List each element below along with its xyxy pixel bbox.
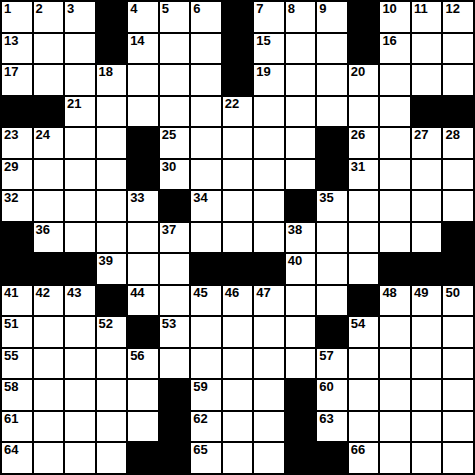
clue-number: 42 <box>36 286 50 300</box>
clue-number: 51 <box>4 317 18 331</box>
white-cell[interactable] <box>286 160 316 190</box>
clue-number: 13 <box>4 34 18 48</box>
white-cell[interactable]: 45 <box>191 286 221 316</box>
white-cell[interactable] <box>380 349 410 379</box>
white-cell[interactable] <box>65 34 95 64</box>
white-cell[interactable]: 49 <box>412 286 442 316</box>
white-cell[interactable]: 16 <box>380 34 410 64</box>
white-cell[interactable]: 12 <box>443 2 473 32</box>
clue-number: 9 <box>319 2 326 16</box>
clue-number: 33 <box>130 191 144 205</box>
white-cell[interactable] <box>34 34 64 64</box>
clue-number: 27 <box>414 128 428 142</box>
white-cell[interactable] <box>97 191 127 221</box>
white-cell[interactable]: 23 <box>2 128 32 158</box>
white-cell[interactable]: 38 <box>286 223 316 253</box>
clue-number: 56 <box>130 349 144 363</box>
clue-number: 17 <box>4 65 18 79</box>
white-cell[interactable] <box>160 65 190 95</box>
clue-number: 24 <box>36 128 50 142</box>
black-cell <box>254 254 284 284</box>
white-cell[interactable] <box>97 412 127 442</box>
white-cell[interactable] <box>412 160 442 190</box>
clue-number: 14 <box>130 34 144 48</box>
white-cell[interactable]: 41 <box>2 286 32 316</box>
white-cell[interactable] <box>380 65 410 95</box>
black-cell <box>443 97 473 127</box>
white-cell[interactable] <box>443 34 473 64</box>
white-cell[interactable]: 55 <box>2 349 32 379</box>
white-cell[interactable]: 9 <box>317 2 347 32</box>
white-cell[interactable]: 32 <box>2 191 32 221</box>
white-cell[interactable]: 56 <box>128 349 158 379</box>
white-cell[interactable] <box>412 317 442 347</box>
white-cell[interactable] <box>412 223 442 253</box>
clue-number: 37 <box>162 223 176 237</box>
white-cell[interactable]: 44 <box>128 286 158 316</box>
clue-number: 30 <box>162 160 176 174</box>
white-cell[interactable] <box>412 380 442 410</box>
clue-number: 3 <box>67 2 74 16</box>
white-cell[interactable] <box>191 34 221 64</box>
white-cell[interactable] <box>254 412 284 442</box>
black-cell <box>286 191 316 221</box>
white-cell[interactable]: 25 <box>160 128 190 158</box>
white-cell[interactable] <box>412 443 442 473</box>
white-cell[interactable] <box>317 65 347 95</box>
white-cell[interactable] <box>65 412 95 442</box>
white-cell[interactable]: 19 <box>254 65 284 95</box>
clue-number: 52 <box>99 317 113 331</box>
clue-number: 20 <box>351 65 365 79</box>
white-cell[interactable] <box>286 128 316 158</box>
black-cell <box>160 191 190 221</box>
white-cell[interactable] <box>128 380 158 410</box>
clue-number: 46 <box>225 286 239 300</box>
clue-number: 49 <box>414 286 428 300</box>
white-cell[interactable] <box>380 160 410 190</box>
clue-number: 58 <box>4 380 18 394</box>
white-cell[interactable]: 59 <box>191 380 221 410</box>
black-cell <box>223 254 253 284</box>
black-cell <box>223 2 253 32</box>
white-cell[interactable]: 61 <box>2 412 32 442</box>
black-cell <box>34 97 64 127</box>
clue-number: 7 <box>256 2 263 16</box>
white-cell[interactable] <box>97 160 127 190</box>
white-cell[interactable] <box>412 34 442 64</box>
white-cell[interactable] <box>254 317 284 347</box>
black-cell <box>412 97 442 127</box>
white-cell[interactable]: 14 <box>128 34 158 64</box>
white-cell[interactable] <box>223 412 253 442</box>
clue-number: 48 <box>382 286 396 300</box>
clue-number: 23 <box>4 128 18 142</box>
black-cell <box>317 160 347 190</box>
black-cell <box>97 34 127 64</box>
white-cell[interactable]: 57 <box>317 349 347 379</box>
clue-number: 50 <box>445 286 459 300</box>
white-cell[interactable]: 47 <box>254 286 284 316</box>
white-cell[interactable]: 29 <box>2 160 32 190</box>
black-cell <box>317 443 347 473</box>
white-cell[interactable] <box>317 286 347 316</box>
white-cell[interactable]: 40 <box>286 254 316 284</box>
white-cell[interactable] <box>34 443 64 473</box>
white-cell[interactable]: 37 <box>160 223 190 253</box>
white-cell[interactable] <box>223 317 253 347</box>
white-cell[interactable] <box>380 412 410 442</box>
white-cell[interactable] <box>317 223 347 253</box>
white-cell[interactable]: 63 <box>317 412 347 442</box>
white-cell[interactable] <box>443 443 473 473</box>
clue-number: 26 <box>351 128 365 142</box>
white-cell[interactable]: 10 <box>380 2 410 32</box>
white-cell[interactable] <box>223 128 253 158</box>
white-cell[interactable] <box>97 223 127 253</box>
white-cell[interactable] <box>286 65 316 95</box>
white-cell[interactable] <box>349 380 379 410</box>
white-cell[interactable] <box>34 412 64 442</box>
white-cell[interactable] <box>223 349 253 379</box>
clue-number: 1 <box>4 2 11 16</box>
white-cell[interactable] <box>412 412 442 442</box>
white-cell[interactable] <box>97 380 127 410</box>
white-cell[interactable] <box>128 65 158 95</box>
white-cell[interactable] <box>65 128 95 158</box>
white-cell[interactable] <box>97 349 127 379</box>
white-cell[interactable] <box>443 160 473 190</box>
black-cell <box>128 443 158 473</box>
black-cell <box>223 65 253 95</box>
white-cell[interactable]: 46 <box>223 286 253 316</box>
black-cell <box>349 2 379 32</box>
crossword-grid: 1234567891011121314151617181920212223242… <box>0 0 475 475</box>
white-cell[interactable] <box>254 160 284 190</box>
white-cell[interactable] <box>254 223 284 253</box>
clue-number: 31 <box>351 160 365 174</box>
white-cell[interactable] <box>349 97 379 127</box>
white-cell[interactable] <box>349 349 379 379</box>
clue-number: 5 <box>162 2 169 16</box>
white-cell[interactable]: 48 <box>380 286 410 316</box>
white-cell[interactable]: 15 <box>254 34 284 64</box>
white-cell[interactable]: 39 <box>97 254 127 284</box>
white-cell[interactable] <box>380 191 410 221</box>
black-cell <box>65 254 95 284</box>
black-cell <box>128 128 158 158</box>
white-cell[interactable]: 13 <box>2 34 32 64</box>
white-cell[interactable] <box>97 443 127 473</box>
white-cell[interactable] <box>65 443 95 473</box>
white-cell[interactable]: 65 <box>191 443 221 473</box>
white-cell[interactable] <box>34 349 64 379</box>
white-cell[interactable] <box>65 160 95 190</box>
white-cell[interactable]: 22 <box>223 97 253 127</box>
white-cell[interactable] <box>65 317 95 347</box>
white-cell[interactable] <box>443 191 473 221</box>
clue-number: 25 <box>162 128 176 142</box>
white-cell[interactable] <box>65 380 95 410</box>
white-cell[interactable]: 11 <box>412 2 442 32</box>
white-cell[interactable]: 31 <box>349 160 379 190</box>
white-cell[interactable] <box>128 254 158 284</box>
clue-number: 44 <box>130 286 144 300</box>
white-cell[interactable] <box>191 128 221 158</box>
white-cell[interactable] <box>254 128 284 158</box>
white-cell[interactable] <box>254 380 284 410</box>
white-cell[interactable] <box>223 380 253 410</box>
white-cell[interactable] <box>128 97 158 127</box>
black-cell <box>443 254 473 284</box>
white-cell[interactable] <box>412 65 442 95</box>
white-cell[interactable] <box>128 223 158 253</box>
white-cell[interactable] <box>443 412 473 442</box>
white-cell[interactable]: 5 <box>160 2 190 32</box>
white-cell[interactable]: 50 <box>443 286 473 316</box>
clue-number: 41 <box>4 286 18 300</box>
black-cell <box>317 317 347 347</box>
white-cell[interactable] <box>223 191 253 221</box>
white-cell[interactable] <box>349 254 379 284</box>
black-cell <box>443 223 473 253</box>
clue-number: 60 <box>319 380 333 394</box>
clue-number: 21 <box>67 97 81 111</box>
clue-number: 29 <box>4 160 18 174</box>
white-cell[interactable] <box>65 191 95 221</box>
white-cell[interactable] <box>317 97 347 127</box>
black-cell <box>286 443 316 473</box>
white-cell[interactable] <box>317 34 347 64</box>
clue-number: 18 <box>99 65 113 79</box>
clue-number: 45 <box>193 286 207 300</box>
white-cell[interactable] <box>65 349 95 379</box>
black-cell <box>349 286 379 316</box>
white-cell[interactable]: 60 <box>317 380 347 410</box>
clue-number: 11 <box>414 2 428 16</box>
black-cell <box>317 128 347 158</box>
black-cell <box>160 443 190 473</box>
clue-number: 53 <box>162 317 176 331</box>
white-cell[interactable] <box>443 317 473 347</box>
white-cell[interactable]: 33 <box>128 191 158 221</box>
black-cell <box>2 254 32 284</box>
clue-number: 54 <box>351 317 365 331</box>
clue-number: 39 <box>99 254 113 268</box>
white-cell[interactable]: 18 <box>97 65 127 95</box>
clue-number: 59 <box>193 380 207 394</box>
white-cell[interactable] <box>191 223 221 253</box>
clue-number: 40 <box>288 254 302 268</box>
white-cell[interactable] <box>254 443 284 473</box>
white-cell[interactable]: 66 <box>349 443 379 473</box>
white-cell[interactable]: 58 <box>2 380 32 410</box>
clue-number: 38 <box>288 223 302 237</box>
white-cell[interactable]: 53 <box>160 317 190 347</box>
white-cell[interactable] <box>191 97 221 127</box>
white-cell[interactable]: 27 <box>412 128 442 158</box>
white-cell[interactable]: 28 <box>443 128 473 158</box>
clue-number: 32 <box>4 191 18 205</box>
white-cell[interactable] <box>349 223 379 253</box>
black-cell <box>286 412 316 442</box>
clue-number: 66 <box>351 443 365 457</box>
white-cell[interactable] <box>191 160 221 190</box>
black-cell <box>97 286 127 316</box>
clue-number: 36 <box>36 223 50 237</box>
white-cell[interactable]: 54 <box>349 317 379 347</box>
white-cell[interactable] <box>191 65 221 95</box>
white-cell[interactable] <box>412 349 442 379</box>
clue-number: 34 <box>193 191 207 205</box>
white-cell[interactable] <box>97 97 127 127</box>
black-cell <box>128 317 158 347</box>
clue-number: 4 <box>130 2 137 16</box>
white-cell[interactable] <box>223 443 253 473</box>
white-cell[interactable] <box>380 317 410 347</box>
clue-number: 8 <box>288 2 295 16</box>
white-cell[interactable] <box>34 191 64 221</box>
clue-number: 2 <box>36 2 43 16</box>
white-cell[interactable]: 36 <box>34 223 64 253</box>
clue-number: 47 <box>256 286 270 300</box>
clue-number: 19 <box>256 65 270 79</box>
black-cell <box>34 254 64 284</box>
white-cell[interactable]: 20 <box>349 65 379 95</box>
white-cell[interactable] <box>349 191 379 221</box>
white-cell[interactable]: 1 <box>2 2 32 32</box>
white-cell[interactable] <box>443 349 473 379</box>
white-cell[interactable] <box>286 317 316 347</box>
white-cell[interactable] <box>286 286 316 316</box>
white-cell[interactable] <box>380 380 410 410</box>
white-cell[interactable] <box>317 254 347 284</box>
clue-number: 16 <box>382 34 396 48</box>
white-cell[interactable]: 52 <box>97 317 127 347</box>
white-cell[interactable]: 51 <box>2 317 32 347</box>
black-cell <box>223 34 253 64</box>
black-cell <box>2 97 32 127</box>
black-cell <box>97 2 127 32</box>
clue-number: 28 <box>445 128 459 142</box>
clue-number: 22 <box>225 97 239 111</box>
white-cell[interactable]: 7 <box>254 2 284 32</box>
white-cell[interactable]: 24 <box>34 128 64 158</box>
white-cell[interactable]: 64 <box>2 443 32 473</box>
white-cell[interactable] <box>254 97 284 127</box>
white-cell[interactable]: 43 <box>65 286 95 316</box>
white-cell[interactable] <box>254 349 284 379</box>
white-cell[interactable] <box>34 65 64 95</box>
clue-number: 35 <box>319 191 333 205</box>
black-cell <box>191 254 221 284</box>
white-cell[interactable] <box>160 254 190 284</box>
white-cell[interactable] <box>412 191 442 221</box>
white-cell[interactable] <box>160 349 190 379</box>
white-cell[interactable] <box>160 97 190 127</box>
white-cell[interactable] <box>223 223 253 253</box>
black-cell <box>380 254 410 284</box>
white-cell[interactable]: 17 <box>2 65 32 95</box>
black-cell <box>349 34 379 64</box>
clue-number: 10 <box>382 2 396 16</box>
white-cell[interactable]: 3 <box>65 2 95 32</box>
white-cell[interactable] <box>380 128 410 158</box>
white-cell[interactable] <box>34 380 64 410</box>
white-cell[interactable]: 26 <box>349 128 379 158</box>
white-cell[interactable] <box>380 97 410 127</box>
white-cell[interactable]: 30 <box>160 160 190 190</box>
white-cell[interactable] <box>254 191 284 221</box>
black-cell <box>160 412 190 442</box>
clue-number: 6 <box>193 2 200 16</box>
white-cell[interactable] <box>380 443 410 473</box>
white-cell[interactable] <box>34 160 64 190</box>
black-cell <box>160 380 190 410</box>
white-cell[interactable]: 34 <box>191 191 221 221</box>
white-cell[interactable] <box>380 223 410 253</box>
white-cell[interactable]: 35 <box>317 191 347 221</box>
white-cell[interactable]: 8 <box>286 2 316 32</box>
clue-number: 12 <box>445 2 459 16</box>
clue-number: 61 <box>4 412 18 426</box>
black-cell <box>412 254 442 284</box>
black-cell <box>286 380 316 410</box>
black-cell <box>2 223 32 253</box>
clue-number: 57 <box>319 349 333 363</box>
white-cell[interactable] <box>97 128 127 158</box>
white-cell[interactable]: 2 <box>34 2 64 32</box>
white-cell[interactable] <box>443 380 473 410</box>
white-cell[interactable] <box>191 349 221 379</box>
white-cell[interactable] <box>286 349 316 379</box>
white-cell[interactable]: 62 <box>191 412 221 442</box>
white-cell[interactable] <box>65 223 95 253</box>
clue-number: 55 <box>4 349 18 363</box>
white-cell[interactable] <box>443 65 473 95</box>
clue-number: 65 <box>193 443 207 457</box>
white-cell[interactable] <box>65 65 95 95</box>
white-cell[interactable]: 42 <box>34 286 64 316</box>
white-cell[interactable] <box>128 412 158 442</box>
white-cell[interactable]: 6 <box>191 2 221 32</box>
clue-number: 64 <box>4 443 18 457</box>
white-cell[interactable] <box>223 160 253 190</box>
clue-number: 62 <box>193 412 207 426</box>
white-cell[interactable] <box>160 34 190 64</box>
white-cell[interactable] <box>286 97 316 127</box>
white-cell[interactable] <box>160 286 190 316</box>
white-cell[interactable]: 21 <box>65 97 95 127</box>
clue-number: 15 <box>256 34 270 48</box>
white-cell[interactable] <box>349 412 379 442</box>
white-cell[interactable] <box>34 317 64 347</box>
clue-number: 63 <box>319 412 333 426</box>
black-cell <box>128 160 158 190</box>
clue-number: 43 <box>67 286 81 300</box>
white-cell[interactable]: 4 <box>128 2 158 32</box>
white-cell[interactable] <box>286 34 316 64</box>
white-cell[interactable] <box>191 317 221 347</box>
